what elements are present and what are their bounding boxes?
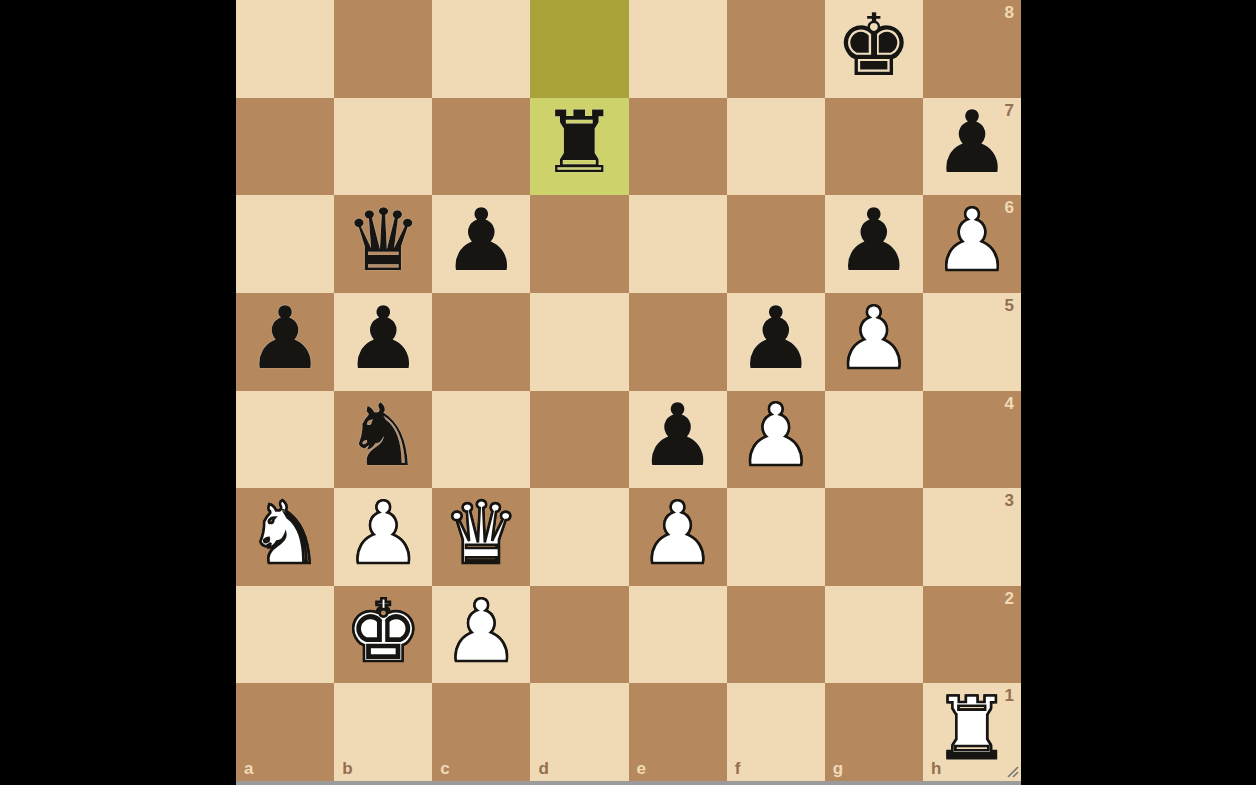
file-label-b: b [342,760,352,777]
white-queen-c3[interactable]: ♛ [443,490,520,576]
square-a4[interactable] [236,391,334,489]
square-d3[interactable] [530,488,628,586]
square-h7[interactable]: ♟7 [923,98,1021,196]
file-label-f: f [735,760,741,777]
square-c4[interactable] [432,391,530,489]
black-pawn-h7[interactable]: ♟ [933,99,1010,185]
square-b3[interactable]: ♟ [334,488,432,586]
square-a3[interactable]: ♞ [236,488,334,586]
square-c3[interactable]: ♛ [432,488,530,586]
square-f6[interactable] [727,195,825,293]
square-h1[interactable]: ♜1h [923,683,1021,781]
file-label-e: e [637,760,646,777]
black-knight-b4[interactable]: ♞ [345,392,422,478]
square-f3[interactable] [727,488,825,586]
square-d4[interactable] [530,391,628,489]
black-pawn-g6[interactable]: ♟ [835,197,912,283]
square-h5[interactable]: 5 [923,293,1021,391]
square-b8[interactable] [334,0,432,98]
white-king-b2[interactable]: ♚ [345,588,422,674]
square-g3[interactable] [825,488,923,586]
square-b2[interactable]: ♚ [334,586,432,684]
square-f5[interactable]: ♟ [727,293,825,391]
square-f1[interactable]: f [727,683,825,781]
white-pawn-c2[interactable]: ♟ [443,588,520,674]
square-f4[interactable]: ♟ [727,391,825,489]
square-d8[interactable] [530,0,628,98]
square-f8[interactable] [727,0,825,98]
square-d1[interactable]: d [530,683,628,781]
square-b6[interactable]: ♛ [334,195,432,293]
board-bottom-strip [236,781,1021,785]
square-a1[interactable]: a [236,683,334,781]
square-d2[interactable] [530,586,628,684]
square-d6[interactable] [530,195,628,293]
square-e6[interactable] [629,195,727,293]
square-a8[interactable] [236,0,334,98]
square-a7[interactable] [236,98,334,196]
square-c6[interactable]: ♟ [432,195,530,293]
rank-label-6: 6 [1005,199,1014,216]
black-queen-b6[interactable]: ♛ [345,197,422,283]
square-g1[interactable]: g [825,683,923,781]
square-g2[interactable] [825,586,923,684]
square-g6[interactable]: ♟ [825,195,923,293]
rank-label-7: 7 [1005,102,1014,119]
file-label-a: a [244,760,253,777]
square-a2[interactable] [236,586,334,684]
black-pawn-c6[interactable]: ♟ [443,197,520,283]
white-pawn-b3[interactable]: ♟ [345,490,422,576]
square-h3[interactable]: 3 [923,488,1021,586]
square-c7[interactable] [432,98,530,196]
square-a6[interactable] [236,195,334,293]
square-h8[interactable]: 8 [923,0,1021,98]
square-h6[interactable]: ♟6 [923,195,1021,293]
black-pawn-b5[interactable]: ♟ [345,295,422,381]
white-knight-a3[interactable]: ♞ [247,490,324,576]
rank-label-3: 3 [1005,492,1014,509]
square-d7[interactable]: ♜ [530,98,628,196]
black-pawn-a5[interactable]: ♟ [247,295,324,381]
square-h2[interactable]: 2 [923,586,1021,684]
square-c5[interactable] [432,293,530,391]
square-b1[interactable]: b [334,683,432,781]
file-label-g: g [833,760,843,777]
rank-label-1: 1 [1005,687,1014,704]
square-c8[interactable] [432,0,530,98]
square-e1[interactable]: e [629,683,727,781]
rank-label-5: 5 [1005,297,1014,314]
square-g4[interactable] [825,391,923,489]
square-e7[interactable] [629,98,727,196]
square-a5[interactable]: ♟ [236,293,334,391]
board-resize-handle-icon[interactable] [1004,763,1020,779]
square-f7[interactable] [727,98,825,196]
square-e2[interactable] [629,586,727,684]
square-g8[interactable]: ♚ [825,0,923,98]
square-f2[interactable] [727,586,825,684]
square-g5[interactable]: ♟ [825,293,923,391]
white-pawn-f4[interactable]: ♟ [737,392,814,478]
square-h4[interactable]: 4 [923,391,1021,489]
white-pawn-g5[interactable]: ♟ [835,295,912,381]
rank-label-4: 4 [1005,395,1014,412]
file-label-d: d [538,760,548,777]
white-rook-h1[interactable]: ♜ [933,685,1010,771]
square-b4[interactable]: ♞ [334,391,432,489]
white-pawn-e3[interactable]: ♟ [639,490,716,576]
black-rook-d7[interactable]: ♜ [541,99,618,185]
black-pawn-e4[interactable]: ♟ [639,392,716,478]
square-e8[interactable] [629,0,727,98]
white-pawn-h6[interactable]: ♟ [933,197,1010,283]
black-pawn-f5[interactable]: ♟ [737,295,814,381]
square-b5[interactable]: ♟ [334,293,432,391]
square-e4[interactable]: ♟ [629,391,727,489]
square-d5[interactable] [530,293,628,391]
square-b7[interactable] [334,98,432,196]
square-c2[interactable]: ♟ [432,586,530,684]
square-c1[interactable]: c [432,683,530,781]
rank-label-8: 8 [1005,4,1014,21]
rank-label-2: 2 [1005,590,1014,607]
black-king-g8[interactable]: ♚ [835,2,912,88]
chess-board[interactable]: ♚8♜♟7♛♟♟♟6♟♟♟♟5♞♟♟4♞♟♛♟3♚♟2abcdefg♜1h [236,0,1021,781]
file-label-c: c [440,760,449,777]
square-g7[interactable] [825,98,923,196]
square-e5[interactable] [629,293,727,391]
page-background: { "game": "chess", "position": { "fen": … [0,0,1256,785]
square-e3[interactable]: ♟ [629,488,727,586]
file-label-h: h [931,760,941,777]
